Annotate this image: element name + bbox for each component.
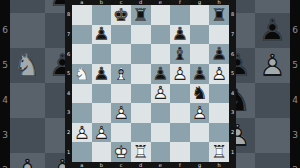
main-left-rank-strip: 87654321 [65, 5, 72, 162]
main-bottom-file-label-f: f [170, 162, 190, 168]
square-b4[interactable] [92, 84, 112, 104]
piece-outline-glyph: ♙ [151, 64, 171, 84]
square-e5[interactable]: ♟♙ [151, 64, 171, 84]
square-a2[interactable]: ♟♙ [72, 123, 92, 143]
square-c4[interactable] [111, 84, 131, 104]
bg-right-rank-label-4: 4 [290, 83, 300, 118]
main-left-rank-label-4: 4 [65, 84, 72, 104]
square-e3[interactable] [151, 103, 171, 123]
square-c5[interactable]: ♝♗ [111, 64, 131, 84]
white-knight-a5[interactable]: ♞♘ [72, 64, 92, 84]
main-bottom-file-label-e: e [151, 162, 171, 168]
square-f4[interactable] [170, 84, 190, 104]
square-a6[interactable] [72, 44, 92, 64]
piece-outline-glyph: ♙ [72, 123, 92, 143]
black-pawn-e5[interactable]: ♟♙ [151, 64, 171, 84]
main-bottom-file-label-b: b [92, 162, 112, 168]
square-c3[interactable]: ♟♙ [111, 103, 131, 123]
square-h3[interactable] [255, 118, 290, 153]
square-b8[interactable] [92, 5, 112, 25]
main-left-rank-label-1: 1 [65, 142, 72, 162]
bg-right-rank-strip: 87654321 [290, 0, 300, 168]
square-g5[interactable]: ♟♙ [190, 64, 210, 84]
white-pawn-e4[interactable]: ♟♙ [151, 84, 171, 104]
square-h2[interactable] [209, 123, 229, 143]
piece-outline-glyph: ♙ [92, 123, 112, 143]
square-e2[interactable] [151, 123, 171, 143]
main-corner-br [229, 162, 236, 168]
main-left-rank-label-7: 7 [65, 25, 72, 45]
white-pawn-a2[interactable]: ♟♙ [10, 153, 45, 168]
piece-outline-glyph: ♙ [10, 153, 45, 168]
white-pawn-h5[interactable]: ♟♙ [209, 64, 229, 84]
main-chess-board: abcdefgh87654321♚♔♜♖♜♖♟♙♟♙♝♗♟♙♞♘♟♙♝♗♟♙♟♙… [65, 0, 236, 168]
piece-outline-glyph: ♙ [190, 103, 210, 123]
square-b7[interactable]: ♟♙ [92, 25, 112, 45]
bg-right-rank-label-3: 3 [290, 118, 300, 153]
square-d3[interactable] [131, 103, 151, 123]
bg-right-rank-label-7: 7 [290, 0, 300, 13]
square-f3[interactable] [170, 103, 190, 123]
main-left-rank-label-6: 6 [65, 44, 72, 64]
square-b5[interactable]: ♟♙ [92, 64, 112, 84]
bg-right-rank-label-5: 5 [290, 48, 300, 83]
square-g7[interactable] [190, 25, 210, 45]
piece-outline-glyph: ♙ [170, 25, 190, 45]
piece-outline-glyph: ♘ [190, 84, 210, 104]
square-f7[interactable]: ♟♙ [170, 25, 190, 45]
square-c7[interactable] [111, 25, 131, 45]
square-g8[interactable] [190, 5, 210, 25]
square-c8[interactable]: ♚♔ [111, 5, 131, 25]
square-g3[interactable]: ♟♙ [190, 103, 210, 123]
square-e8[interactable] [151, 5, 171, 25]
square-d5[interactable] [131, 64, 151, 84]
square-a8[interactable] [72, 5, 92, 25]
square-d8[interactable]: ♜♖ [131, 5, 151, 25]
bg-left-rank-strip: 87654321 [0, 0, 10, 168]
square-g4[interactable]: ♞♘ [190, 84, 210, 104]
square-h7[interactable] [209, 25, 229, 45]
main-right-rank-label-4: 4 [229, 84, 236, 104]
square-c2[interactable] [111, 123, 131, 143]
white-knight-a5[interactable]: ♞♘ [10, 48, 45, 83]
square-b6[interactable] [92, 44, 112, 64]
square-d2[interactable] [131, 123, 151, 143]
square-f2[interactable] [170, 123, 190, 143]
chess-screenshot: abcdefgh87654321♚♔♜♖♜♖♟♙♟♙♝♗♟♙♞♘♟♙♝♗♟♙♟♙… [0, 0, 300, 168]
square-e1[interactable] [151, 142, 171, 162]
white-bishop-c5[interactable]: ♝♗ [111, 64, 131, 84]
main-right-rank-label-5: 5 [229, 64, 236, 84]
square-g6[interactable] [190, 44, 210, 64]
piece-outline-glyph: ♔ [111, 5, 131, 25]
main-bottom-file-label-a: a [72, 162, 92, 168]
white-pawn-f5[interactable]: ♟♙ [170, 64, 190, 84]
square-h1[interactable]: ♜♖ [209, 142, 229, 162]
square-h4[interactable] [209, 84, 229, 104]
piece-outline-glyph: ♙ [170, 64, 190, 84]
square-e7[interactable] [151, 25, 171, 45]
square-d7[interactable] [131, 25, 151, 45]
black-bishop-f6[interactable]: ♝♗ [170, 44, 190, 64]
piece-outline-glyph: ♖ [209, 142, 229, 162]
piece-outline-glyph: ♙ [151, 84, 171, 104]
black-pawn-h6[interactable]: ♟♙ [209, 44, 229, 64]
white-pawn-a2[interactable]: ♟♙ [72, 123, 92, 143]
main-bottom-file-label-h: h [209, 162, 229, 168]
main-right-rank-label-2: 2 [229, 123, 236, 143]
square-a6[interactable] [10, 13, 45, 48]
bg-left-rank-label-6: 6 [0, 13, 10, 48]
white-pawn-g3[interactable]: ♟♙ [190, 103, 210, 123]
white-pawn-h5[interactable]: ♟♙ [255, 48, 290, 83]
piece-outline-glyph: ♖ [209, 5, 229, 25]
main-right-rank-label-8: 8 [229, 5, 236, 25]
black-king-c8[interactable]: ♚♔ [111, 5, 131, 25]
main-left-rank-label-5: 5 [65, 64, 72, 84]
main-right-rank-label-1: 1 [229, 142, 236, 162]
square-f6[interactable]: ♝♗ [170, 44, 190, 64]
square-g1[interactable] [190, 142, 210, 162]
square-b3[interactable] [92, 103, 112, 123]
bg-left-rank-label-3: 3 [0, 118, 10, 153]
square-a5[interactable]: ♞♘ [10, 48, 45, 83]
square-d6[interactable] [131, 44, 151, 64]
square-a7[interactable] [10, 0, 45, 13]
white-pawn-b2[interactable]: ♟♙ [92, 123, 112, 143]
bg-left-rank-label-5: 5 [0, 48, 10, 83]
square-a5[interactable]: ♞♘ [72, 64, 92, 84]
square-h2[interactable] [255, 153, 290, 168]
square-h6[interactable]: ♟♙ [209, 44, 229, 64]
bg-right-rank-label-6: 6 [290, 13, 300, 48]
piece-outline-glyph: ♔ [111, 142, 131, 162]
square-f1[interactable] [170, 142, 190, 162]
white-king-c1[interactable]: ♚♔ [111, 142, 131, 162]
square-e6[interactable] [151, 44, 171, 64]
piece-outline-glyph: ♙ [209, 64, 229, 84]
black-rook-h8[interactable]: ♜♖ [209, 5, 229, 25]
piece-outline-glyph: ♙ [190, 64, 210, 84]
square-a1[interactable] [72, 142, 92, 162]
main-bottom-file-label-c: c [111, 162, 131, 168]
main-left-rank-label-2: 2 [65, 123, 72, 143]
black-pawn-b7[interactable]: ♟♙ [92, 25, 112, 45]
square-h3[interactable] [209, 103, 229, 123]
square-h5[interactable]: ♟♙ [209, 64, 229, 84]
main-bottom-file-strip: abcdefgh [72, 162, 229, 168]
square-a7[interactable] [72, 25, 92, 45]
bg-right-rank-label-2: 2 [290, 153, 300, 168]
piece-outline-glyph: ♘ [72, 64, 92, 84]
square-d4[interactable] [131, 84, 151, 104]
white-rook-h1[interactable]: ♜♖ [209, 142, 229, 162]
bg-left-rank-label-7: 7 [0, 0, 10, 13]
square-a4[interactable] [10, 83, 45, 118]
bg-left-rank-label-2: 2 [0, 153, 10, 168]
square-c6[interactable] [111, 44, 131, 64]
piece-outline-glyph: ♖ [131, 5, 151, 25]
square-h4[interactable] [255, 83, 290, 118]
square-b1[interactable] [92, 142, 112, 162]
square-b2[interactable]: ♟♙ [92, 123, 112, 143]
square-e4[interactable]: ♟♙ [151, 84, 171, 104]
bg-left-rank-label-4: 4 [0, 83, 10, 118]
main-bottom-file-label-g: g [190, 162, 210, 168]
black-pawn-g5[interactable]: ♟♙ [190, 64, 210, 84]
black-knight-g4[interactable]: ♞♘ [190, 84, 210, 104]
square-f8[interactable] [170, 5, 190, 25]
main-left-rank-label-8: 8 [65, 5, 72, 25]
square-g2[interactable] [190, 123, 210, 143]
piece-outline-glyph: ♗ [170, 44, 190, 64]
piece-outline-glyph: ♙ [255, 48, 290, 83]
main-right-rank-label-7: 7 [229, 25, 236, 45]
square-c1[interactable]: ♚♔ [111, 142, 131, 162]
black-pawn-f7[interactable]: ♟♙ [170, 25, 190, 45]
main-left-rank-label-3: 3 [65, 103, 72, 123]
main-right-rank-label-3: 3 [229, 103, 236, 123]
white-rook-d1[interactable]: ♜♖ [131, 142, 151, 162]
square-d1[interactable]: ♜♖ [131, 142, 151, 162]
square-a3[interactable] [10, 118, 45, 153]
square-h6[interactable]: ♟♙ [255, 13, 290, 48]
main-corner-bl [65, 162, 72, 168]
piece-outline-glyph: ♗ [111, 64, 131, 84]
square-f5[interactable]: ♟♙ [170, 64, 190, 84]
piece-outline-glyph: ♙ [92, 64, 112, 84]
square-a4[interactable] [72, 84, 92, 104]
square-h5[interactable]: ♟♙ [255, 48, 290, 83]
main-right-rank-strip: 87654321 [229, 5, 236, 162]
black-rook-d8[interactable]: ♜♖ [131, 5, 151, 25]
piece-outline-glyph: ♘ [10, 48, 45, 83]
white-pawn-c3[interactable]: ♟♙ [111, 103, 131, 123]
square-a2[interactable]: ♟♙ [10, 153, 45, 168]
main-squares: ♚♔♜♖♜♖♟♙♟♙♝♗♟♙♞♘♟♙♝♗♟♙♟♙♟♙♟♙♟♙♞♘♟♙♟♙♟♙♟♙… [72, 5, 229, 162]
square-a3[interactable] [72, 103, 92, 123]
piece-outline-glyph: ♙ [209, 44, 229, 64]
black-pawn-b5[interactable]: ♟♙ [92, 64, 112, 84]
square-h8[interactable]: ♜♖ [209, 5, 229, 25]
black-pawn-h6[interactable]: ♟♙ [255, 13, 290, 48]
piece-outline-glyph: ♙ [255, 13, 290, 48]
main-bottom-file-label-d: d [131, 162, 151, 168]
piece-outline-glyph: ♙ [92, 25, 112, 45]
piece-outline-glyph: ♖ [131, 142, 151, 162]
main-right-rank-label-6: 6 [229, 44, 236, 64]
piece-outline-glyph: ♙ [111, 103, 131, 123]
